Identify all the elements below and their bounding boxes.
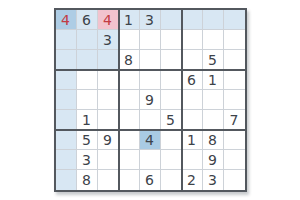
cell-r1c5[interactable]: 3 bbox=[140, 10, 161, 30]
cell-r3c6[interactable] bbox=[161, 50, 182, 70]
cell-r2c9[interactable] bbox=[224, 30, 245, 50]
cell-r3c9[interactable] bbox=[224, 50, 245, 70]
cell-r8c3[interactable] bbox=[98, 150, 119, 170]
cell-r8c5[interactable] bbox=[140, 150, 161, 170]
cell-r6c5[interactable] bbox=[140, 110, 161, 130]
cell-r7c7[interactable]: 1 bbox=[182, 130, 203, 150]
cell-r4c6[interactable] bbox=[161, 70, 182, 90]
cell-r4c3[interactable] bbox=[98, 70, 119, 90]
cell-r3c3[interactable] bbox=[98, 50, 119, 70]
cell-r4c5[interactable] bbox=[140, 70, 161, 90]
cell-r4c7[interactable]: 6 bbox=[182, 70, 203, 90]
cell-r7c2[interactable]: 5 bbox=[77, 130, 98, 150]
cell-r2c1[interactable] bbox=[56, 30, 77, 50]
cell-r4c1[interactable] bbox=[56, 70, 77, 90]
cell-r9c8[interactable]: 3 bbox=[203, 170, 224, 190]
cell-r3c8[interactable]: 5 bbox=[203, 50, 224, 70]
cell-r6c3[interactable] bbox=[98, 110, 119, 130]
cell-r7c4[interactable] bbox=[119, 130, 140, 150]
cell-r7c9[interactable] bbox=[224, 130, 245, 150]
cell-r9c4[interactable] bbox=[119, 170, 140, 190]
cell-r6c6[interactable]: 5 bbox=[161, 110, 182, 130]
cell-r1c2[interactable]: 6 bbox=[77, 10, 98, 30]
cell-r5c2[interactable] bbox=[77, 90, 98, 110]
cell-r5c1[interactable] bbox=[56, 90, 77, 110]
cell-r4c8[interactable]: 1 bbox=[203, 70, 224, 90]
cell-r4c4[interactable] bbox=[119, 70, 140, 90]
cell-r8c7[interactable] bbox=[182, 150, 203, 170]
cell-r8c6[interactable] bbox=[161, 150, 182, 170]
cell-r6c8[interactable] bbox=[203, 110, 224, 130]
cell-r6c9[interactable]: 7 bbox=[224, 110, 245, 130]
cell-r6c2[interactable]: 1 bbox=[77, 110, 98, 130]
cell-r3c4[interactable]: 8 bbox=[119, 50, 140, 70]
cell-r9c9[interactable] bbox=[224, 170, 245, 190]
cell-r7c5[interactable]: 4 bbox=[140, 130, 161, 150]
sudoku-board: 4641338561915759418398623 bbox=[54, 8, 247, 192]
cell-r7c8[interactable]: 8 bbox=[203, 130, 224, 150]
cell-r6c4[interactable] bbox=[119, 110, 140, 130]
cell-r3c7[interactable] bbox=[182, 50, 203, 70]
cell-r9c2[interactable]: 8 bbox=[77, 170, 98, 190]
cell-r1c7[interactable] bbox=[182, 10, 203, 30]
cell-r8c1[interactable] bbox=[56, 150, 77, 170]
cell-r9c6[interactable] bbox=[161, 170, 182, 190]
cell-r9c1[interactable] bbox=[56, 170, 77, 190]
cell-r1c6[interactable] bbox=[161, 10, 182, 30]
cell-r2c3[interactable]: 3 bbox=[98, 30, 119, 50]
cell-r9c7[interactable]: 2 bbox=[182, 170, 203, 190]
cell-r2c5[interactable] bbox=[140, 30, 161, 50]
cell-r1c4[interactable]: 1 bbox=[119, 10, 140, 30]
cell-r8c9[interactable] bbox=[224, 150, 245, 170]
cell-r8c2[interactable]: 3 bbox=[77, 150, 98, 170]
cell-r2c6[interactable] bbox=[161, 30, 182, 50]
cell-r6c7[interactable] bbox=[182, 110, 203, 130]
cell-r5c7[interactable] bbox=[182, 90, 203, 110]
sudoku-app: 4641338561915759418398623 bbox=[0, 0, 300, 200]
cell-r3c1[interactable] bbox=[56, 50, 77, 70]
cell-r2c8[interactable] bbox=[203, 30, 224, 50]
cell-r7c6[interactable] bbox=[161, 130, 182, 150]
cell-r1c1[interactable]: 4 bbox=[56, 10, 77, 30]
cell-r8c4[interactable] bbox=[119, 150, 140, 170]
cell-r1c3[interactable]: 4 bbox=[98, 10, 119, 30]
cell-r7c1[interactable] bbox=[56, 130, 77, 150]
cell-r8c8[interactable]: 9 bbox=[203, 150, 224, 170]
cell-r5c3[interactable] bbox=[98, 90, 119, 110]
cell-r9c5[interactable]: 6 bbox=[140, 170, 161, 190]
cell-r5c9[interactable] bbox=[224, 90, 245, 110]
cell-r5c5[interactable]: 9 bbox=[140, 90, 161, 110]
cell-r2c2[interactable] bbox=[77, 30, 98, 50]
cell-r4c2[interactable] bbox=[77, 70, 98, 90]
cell-r1c9[interactable] bbox=[224, 10, 245, 30]
cell-r4c9[interactable] bbox=[224, 70, 245, 90]
cell-r6c1[interactable] bbox=[56, 110, 77, 130]
cell-r1c8[interactable] bbox=[203, 10, 224, 30]
cell-r5c8[interactable] bbox=[203, 90, 224, 110]
cell-r2c4[interactable] bbox=[119, 30, 140, 50]
cell-r7c3[interactable]: 9 bbox=[98, 130, 119, 150]
cell-r5c4[interactable] bbox=[119, 90, 140, 110]
cell-r3c2[interactable] bbox=[77, 50, 98, 70]
cell-r3c5[interactable] bbox=[140, 50, 161, 70]
sudoku-grid: 4641338561915759418398623 bbox=[56, 10, 245, 190]
cell-r2c7[interactable] bbox=[182, 30, 203, 50]
cell-r9c3[interactable] bbox=[98, 170, 119, 190]
cell-r5c6[interactable] bbox=[161, 90, 182, 110]
